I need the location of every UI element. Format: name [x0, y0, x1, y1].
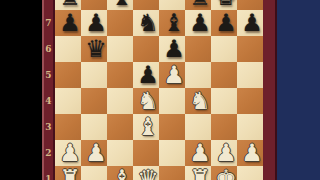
piece-white-pawn[interactable]: ♟: [213, 140, 239, 166]
square-a4[interactable]: [55, 88, 81, 114]
square-f3[interactable]: [185, 114, 211, 140]
rank-label-6: 6: [42, 36, 55, 62]
square-h6[interactable]: [237, 36, 263, 62]
square-e6[interactable]: ♟: [159, 36, 185, 62]
square-c3[interactable]: [107, 114, 133, 140]
square-b1[interactable]: [81, 166, 107, 180]
square-g6[interactable]: [211, 36, 237, 62]
rank-label-1: 1: [42, 166, 55, 180]
piece-white-bishop[interactable]: ♝: [135, 114, 161, 140]
square-a2[interactable]: ♟: [55, 140, 81, 166]
video-frame: 87654321 ♜♝♜♚♟♟♞♝♟♟♟♛♟♟♟♞♞♝♟♟♟♟♟♜♝♛♜♚: [0, 0, 320, 180]
piece-white-knight[interactable]: ♞: [135, 88, 161, 114]
piece-white-bishop[interactable]: ♝: [109, 166, 135, 180]
piece-white-king[interactable]: ♚: [213, 166, 239, 180]
rank-label-7: 7: [42, 10, 55, 36]
square-g2[interactable]: ♟: [211, 140, 237, 166]
board: ♜♝♜♚♟♟♞♝♟♟♟♛♟♟♟♞♞♝♟♟♟♟♟♜♝♛♜♚: [55, 0, 263, 180]
square-b5[interactable]: [81, 62, 107, 88]
left-letterbox-bar: [0, 0, 42, 180]
square-e5[interactable]: ♟: [159, 62, 185, 88]
square-g1[interactable]: ♚: [211, 166, 237, 180]
square-b2[interactable]: ♟: [81, 140, 107, 166]
square-d2[interactable]: [133, 140, 159, 166]
square-c5[interactable]: [107, 62, 133, 88]
square-d4[interactable]: ♞: [133, 88, 159, 114]
square-a5[interactable]: [55, 62, 81, 88]
square-g7[interactable]: ♟: [211, 10, 237, 36]
piece-white-pawn[interactable]: ♟: [57, 140, 83, 166]
piece-white-queen[interactable]: ♛: [135, 166, 161, 180]
rank-label-4: 4: [42, 88, 55, 114]
square-h7[interactable]: ♟: [237, 10, 263, 36]
piece-black-pawn[interactable]: ♟: [239, 10, 265, 36]
square-a7[interactable]: ♟: [55, 10, 81, 36]
square-h1[interactable]: [237, 166, 263, 180]
square-e3[interactable]: [159, 114, 185, 140]
square-e2[interactable]: [159, 140, 185, 166]
square-b7[interactable]: ♟: [81, 10, 107, 36]
square-d5[interactable]: ♟: [133, 62, 159, 88]
square-b4[interactable]: [81, 88, 107, 114]
square-e1[interactable]: [159, 166, 185, 180]
rank-label-2: 2: [42, 140, 55, 166]
square-h2[interactable]: ♟: [237, 140, 263, 166]
piece-white-rook[interactable]: ♜: [57, 166, 83, 180]
square-f5[interactable]: [185, 62, 211, 88]
square-f1[interactable]: ♜: [185, 166, 211, 180]
piece-black-pawn[interactable]: ♟: [83, 10, 109, 36]
piece-black-knight[interactable]: ♞: [135, 10, 161, 36]
square-g3[interactable]: [211, 114, 237, 140]
square-c2[interactable]: [107, 140, 133, 166]
square-h3[interactable]: [237, 114, 263, 140]
square-g4[interactable]: [211, 88, 237, 114]
square-b3[interactable]: [81, 114, 107, 140]
piece-black-pawn[interactable]: ♟: [161, 36, 187, 62]
square-a1[interactable]: ♜: [55, 166, 81, 180]
piece-black-bishop[interactable]: ♝: [109, 0, 135, 10]
piece-black-pawn[interactable]: ♟: [57, 10, 83, 36]
piece-black-pawn[interactable]: ♟: [187, 10, 213, 36]
piece-white-rook[interactable]: ♜: [187, 166, 213, 180]
square-b6[interactable]: ♛: [81, 36, 107, 62]
square-c1[interactable]: ♝: [107, 166, 133, 180]
square-e4[interactable]: [159, 88, 185, 114]
square-d7[interactable]: ♞: [133, 10, 159, 36]
piece-black-pawn[interactable]: ♟: [213, 10, 239, 36]
square-c7[interactable]: [107, 10, 133, 36]
square-a6[interactable]: [55, 36, 81, 62]
rank-label-column: 87654321: [42, 0, 55, 180]
square-a3[interactable]: [55, 114, 81, 140]
piece-black-bishop[interactable]: ♝: [161, 10, 187, 36]
square-d6[interactable]: [133, 36, 159, 62]
square-f6[interactable]: [185, 36, 211, 62]
square-c6[interactable]: [107, 36, 133, 62]
rank-label-5: 5: [42, 62, 55, 88]
piece-white-pawn[interactable]: ♟: [83, 140, 109, 166]
piece-white-pawn[interactable]: ♟: [239, 140, 265, 166]
piece-white-pawn[interactable]: ♟: [187, 140, 213, 166]
square-e7[interactable]: ♝: [159, 10, 185, 36]
square-g5[interactable]: [211, 62, 237, 88]
piece-black-pawn[interactable]: ♟: [135, 62, 161, 88]
square-c4[interactable]: [107, 88, 133, 114]
square-h4[interactable]: [237, 88, 263, 114]
rank-label-8: 8: [42, 0, 55, 10]
square-f2[interactable]: ♟: [185, 140, 211, 166]
piece-white-pawn[interactable]: ♟: [161, 62, 187, 88]
square-c8[interactable]: ♝: [107, 0, 133, 10]
piece-white-knight[interactable]: ♞: [187, 88, 213, 114]
square-d3[interactable]: ♝: [133, 114, 159, 140]
frame-right-edge: [275, 0, 277, 180]
rank-label-3: 3: [42, 114, 55, 140]
square-f4[interactable]: ♞: [185, 88, 211, 114]
square-d1[interactable]: ♛: [133, 166, 159, 180]
square-f7[interactable]: ♟: [185, 10, 211, 36]
piece-black-queen[interactable]: ♛: [83, 36, 109, 62]
square-h5[interactable]: [237, 62, 263, 88]
